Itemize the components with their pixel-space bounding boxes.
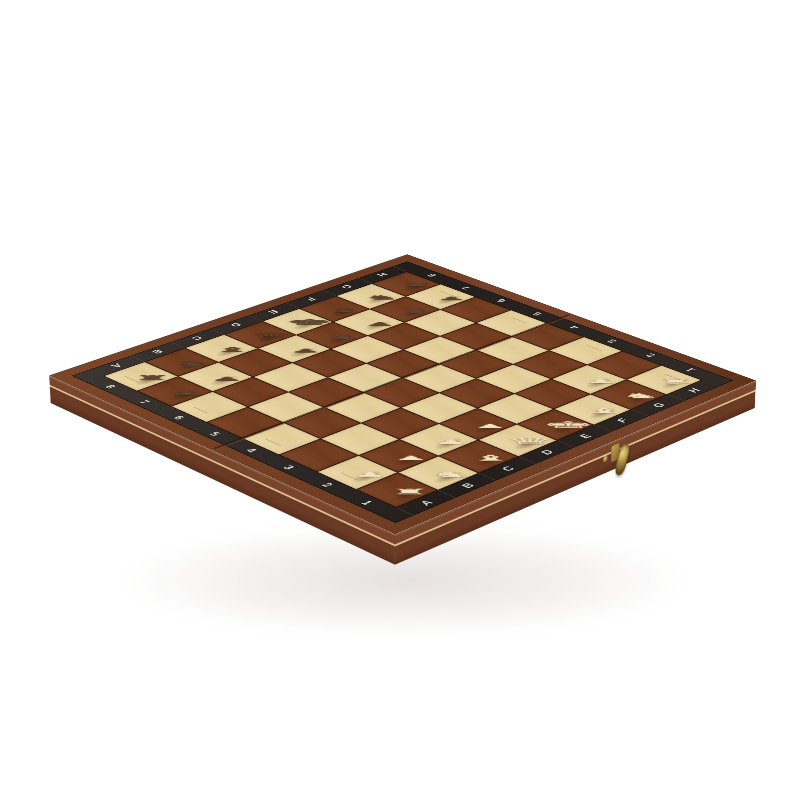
piece-white-king-e1[interactable]: ♚ — [540, 420, 595, 429]
piece-shadow — [509, 437, 547, 453]
piece-shadow — [621, 391, 657, 405]
piece-shadow — [429, 436, 467, 452]
square-e1[interactable]: ♚ — [517, 409, 593, 440]
piece-shadow — [429, 469, 468, 485]
piece-shadow — [469, 421, 506, 436]
piece-white-queen-d1[interactable]: ♛ — [502, 437, 558, 446]
piece-white-pawn-c2[interactable]: ♟ — [424, 439, 479, 445]
square-b3[interactable] — [321, 424, 398, 456]
chess-board: ♜♞♝♛♚♝♞♜♟♟♟♟♟♟♟♟♟♟♟♟♜♞♝♛♚♝♞♜ AABBCCDDEEF… — [49, 254, 756, 534]
square-d3[interactable] — [401, 393, 476, 423]
brass-latch-icon — [610, 432, 642, 485]
square-d2[interactable]: ♟ — [440, 409, 516, 440]
piece-white-rook-h1[interactable]: ♜ — [650, 378, 704, 384]
piece-black-rook-a8[interactable]: ♜ — [125, 375, 178, 381]
piece-white-pawn-a2[interactable]: ♟ — [342, 471, 398, 477]
square-b5[interactable] — [248, 392, 323, 422]
piece-black-pawn-h7[interactable]: ♟ — [427, 296, 476, 301]
piece-white-pawn-b2[interactable]: ♟ — [383, 455, 439, 461]
square-a3[interactable] — [280, 439, 358, 472]
square-b4[interactable] — [284, 408, 360, 439]
square-a1[interactable]: ♜ — [357, 473, 437, 507]
piece-white-pawn-d2[interactable]: ♟ — [463, 423, 517, 429]
square-d1[interactable]: ♛ — [479, 425, 556, 457]
square-b2[interactable]: ♟ — [359, 440, 437, 473]
piece-white-rook-a1[interactable]: ♜ — [381, 488, 438, 496]
piece-black-pawn-b7[interactable]: ♟ — [200, 376, 253, 382]
piece-black-rook-h8[interactable]: ♜ — [393, 282, 441, 287]
piece-black-pawn-a7[interactable]: ♟ — [159, 390, 213, 396]
square-d4[interactable] — [364, 378, 438, 407]
square-c2[interactable]: ♟ — [400, 424, 477, 456]
piece-white-knight-g1[interactable]: ♞ — [614, 392, 668, 399]
product-photo-stage: ♜♞♝♛♚♝♞♜♟♟♟♟♟♟♟♟♟♟♟♟♜♞♝♛♚♝♞♜ AABBCCDDEEF… — [0, 0, 800, 800]
piece-black-queen-d8[interactable]: ♛ — [246, 332, 297, 339]
square-f2[interactable] — [516, 379, 590, 408]
square-a2[interactable]: ♟ — [318, 456, 397, 489]
piece-black-pawn-e7[interactable]: ♟ — [318, 335, 368, 340]
square-e2[interactable] — [478, 394, 553, 424]
piece-shadow — [547, 421, 584, 436]
latch-screw — [603, 455, 607, 463]
square-c5[interactable] — [289, 378, 363, 407]
square-c4[interactable] — [325, 393, 400, 423]
piece-white-pawn-g2[interactable]: ♟ — [575, 379, 628, 385]
square-a4[interactable] — [243, 423, 320, 455]
piece-black-king-e8[interactable]: ♚ — [284, 318, 334, 326]
square-f1[interactable]: ♝ — [555, 394, 630, 424]
square-a5[interactable] — [207, 407, 283, 438]
piece-black-knight-g8[interactable]: ♞ — [357, 294, 405, 300]
board-frame: ♜♞♝♛♚♝♞♜♟♟♟♟♟♟♟♟♟♟♟♟♜♞♝♛♚♝♞♜ AABBCCDDEEF… — [49, 254, 756, 534]
square-g1[interactable]: ♞ — [592, 380, 666, 409]
square-a6[interactable] — [172, 392, 247, 422]
square-b1[interactable]: ♞ — [399, 456, 478, 489]
square-e3[interactable] — [440, 379, 514, 408]
piece-black-bishop-c8[interactable]: ♝ — [206, 346, 258, 353]
piece-shadow — [469, 453, 507, 469]
piece-white-knight-b1[interactable]: ♞ — [423, 471, 479, 479]
square-b6[interactable] — [213, 377, 287, 406]
piece-black-pawn-f7[interactable]: ♟ — [355, 321, 405, 326]
piece-black-bishop-f8[interactable]: ♝ — [321, 307, 370, 313]
piece-shadow — [348, 469, 388, 485]
piece-white-bishop-c1[interactable]: ♝ — [463, 454, 519, 462]
square-c3[interactable] — [362, 408, 438, 439]
square-a7[interactable]: ♟ — [138, 377, 212, 406]
piece-black-pawn-d7[interactable]: ♟ — [280, 348, 331, 353]
piece-shadow — [387, 486, 427, 503]
piece-shadow — [389, 452, 428, 468]
piece-white-bishop-f1[interactable]: ♝ — [578, 407, 633, 414]
piece-shadow — [584, 406, 620, 421]
square-c1[interactable]: ♝ — [439, 440, 517, 473]
piece-black-pawn-g7[interactable]: ♟ — [392, 309, 441, 314]
piece-black-knight-b8[interactable]: ♞ — [166, 360, 218, 367]
